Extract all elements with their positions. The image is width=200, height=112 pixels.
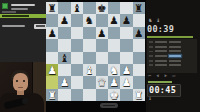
info-row-label bbox=[2, 25, 25, 27]
square-d5[interactable] bbox=[83, 39, 95, 51]
white-rook-a1[interactable]: ♜ bbox=[46, 89, 58, 101]
move-number bbox=[149, 51, 153, 53]
move-cell[interactable] bbox=[155, 60, 167, 62]
streamer-face bbox=[13, 73, 28, 91]
square-e2[interactable]: ♛ bbox=[96, 76, 108, 88]
square-c5[interactable] bbox=[71, 39, 83, 51]
square-g6[interactable] bbox=[120, 27, 132, 39]
white-king-f1[interactable]: ♚ bbox=[108, 89, 120, 101]
square-c2[interactable] bbox=[71, 76, 83, 88]
square-f6[interactable] bbox=[108, 27, 120, 39]
square-g2[interactable]: ♟ bbox=[120, 76, 132, 88]
square-b2[interactable]: ♟ bbox=[58, 76, 70, 88]
square-a5[interactable] bbox=[46, 39, 58, 51]
stream-logo-icon bbox=[2, 3, 8, 9]
black-pawn-b7[interactable]: ♟ bbox=[58, 14, 70, 26]
move-number bbox=[149, 46, 153, 48]
move-cell[interactable] bbox=[155, 46, 167, 48]
white-pawn-g3[interactable]: ♟ bbox=[120, 64, 132, 76]
black-king-e8[interactable]: ♚ bbox=[96, 2, 108, 14]
chess-board[interactable]: ♜♝♚♜♟♞♟♟♟♟♟♝♟♝♞♟♟♛♟♟♜♚♜ bbox=[46, 2, 145, 101]
square-e1[interactable] bbox=[96, 89, 108, 101]
square-b8[interactable] bbox=[58, 2, 70, 14]
black-knight-d7[interactable]: ♞ bbox=[83, 14, 95, 26]
stream-menu-row bbox=[2, 11, 16, 13]
square-f4[interactable] bbox=[108, 52, 120, 64]
square-a7[interactable] bbox=[46, 14, 58, 26]
stream-subtitle-text bbox=[11, 8, 28, 10]
square-d3[interactable]: ♝ bbox=[83, 64, 95, 76]
streamer-mouth bbox=[18, 87, 23, 88]
square-a3[interactable]: ♟ bbox=[46, 64, 58, 76]
move-number bbox=[149, 60, 153, 62]
square-e5[interactable] bbox=[96, 39, 108, 51]
square-h3[interactable] bbox=[133, 64, 145, 76]
square-h6[interactable]: ♟ bbox=[133, 27, 145, 39]
square-c4[interactable] bbox=[71, 52, 83, 64]
square-c8[interactable]: ♝ bbox=[71, 2, 83, 14]
square-f7[interactable]: ♟ bbox=[108, 14, 120, 26]
move-row[interactable] bbox=[147, 63, 197, 68]
white-pawn-a3[interactable]: ♟ bbox=[46, 64, 58, 76]
black-player-clock: 00:39 bbox=[147, 24, 181, 35]
square-f2[interactable]: ♟ bbox=[108, 76, 120, 88]
square-f3[interactable]: ♞ bbox=[108, 64, 120, 76]
white-player-name bbox=[148, 81, 172, 83]
square-d1[interactable] bbox=[83, 89, 95, 101]
square-b3[interactable] bbox=[58, 64, 70, 76]
square-g1[interactable] bbox=[120, 89, 132, 101]
black-pawn-e6[interactable]: ♟ bbox=[96, 27, 108, 39]
black-pawn-a6[interactable]: ♟ bbox=[46, 27, 58, 39]
square-c6[interactable] bbox=[71, 27, 83, 39]
square-d2[interactable] bbox=[83, 76, 95, 88]
square-e7[interactable] bbox=[96, 14, 108, 26]
white-knight-f3[interactable]: ♞ bbox=[108, 64, 120, 76]
streamer-eye bbox=[16, 80, 18, 82]
square-e3[interactable] bbox=[96, 64, 108, 76]
black-bishop-b4[interactable]: ♝ bbox=[58, 52, 70, 64]
black-pawn-h6[interactable]: ♟ bbox=[133, 27, 145, 39]
white-pawn-g2[interactable]: ♟ bbox=[120, 76, 132, 88]
square-g8[interactable] bbox=[120, 2, 132, 14]
square-b5[interactable] bbox=[58, 39, 70, 51]
microphone-capsule bbox=[22, 98, 28, 104]
move-cell[interactable] bbox=[155, 41, 167, 43]
square-e8[interactable]: ♚ bbox=[96, 2, 108, 14]
black-pawn-g7[interactable]: ♟ bbox=[120, 14, 132, 26]
stream-screen: ♜♝♚♜♟♞♟♟♟♟♟♝♟♝♞♟♟♛♟♟♜♚♜ ♞ ♝ 00:39 ⏮ ◀ ▶ … bbox=[0, 0, 200, 112]
square-a1[interactable]: ♜ bbox=[46, 89, 58, 101]
move-cell[interactable] bbox=[169, 60, 181, 62]
captured-pieces-white: ♝ bbox=[148, 96, 168, 102]
square-h2[interactable] bbox=[133, 76, 145, 88]
square-c7[interactable] bbox=[71, 14, 83, 26]
square-h7[interactable] bbox=[133, 14, 145, 26]
move-navigation-controls[interactable]: ⏮ ◀ ▶ ⏭ bbox=[148, 73, 196, 79]
white-queen-e2[interactable]: ♛ bbox=[96, 76, 108, 88]
square-d6[interactable] bbox=[83, 27, 95, 39]
white-rook-h1[interactable]: ♜ bbox=[133, 89, 145, 101]
webcam-feed bbox=[0, 62, 47, 112]
square-d8[interactable] bbox=[83, 2, 95, 14]
move-number bbox=[149, 64, 153, 66]
square-h1[interactable]: ♜ bbox=[133, 89, 145, 101]
overlay-pill-text bbox=[103, 105, 115, 107]
move-number bbox=[149, 55, 153, 57]
move-cell[interactable] bbox=[155, 55, 167, 57]
move-list[interactable] bbox=[147, 39, 197, 73]
move-number bbox=[149, 41, 153, 43]
square-e4[interactable] bbox=[96, 52, 108, 64]
square-d4[interactable] bbox=[83, 52, 95, 64]
streamer-eye bbox=[23, 80, 25, 82]
white-pawn-b2[interactable]: ♟ bbox=[58, 76, 70, 88]
square-c3[interactable] bbox=[71, 64, 83, 76]
square-f5[interactable] bbox=[108, 39, 120, 51]
square-b6[interactable] bbox=[58, 27, 70, 39]
square-b7[interactable]: ♟ bbox=[58, 14, 70, 26]
square-f8[interactable] bbox=[108, 2, 120, 14]
square-a4[interactable] bbox=[46, 52, 58, 64]
black-bishop-c8[interactable]: ♝ bbox=[71, 2, 83, 14]
stream-title-text bbox=[11, 4, 35, 7]
square-f1[interactable]: ♚ bbox=[108, 89, 120, 101]
black-rook-a8[interactable]: ♜ bbox=[46, 2, 58, 14]
square-g3[interactable]: ♟ bbox=[120, 64, 132, 76]
white-bishop-d3[interactable]: ♝ bbox=[83, 64, 95, 76]
square-g7[interactable]: ♟ bbox=[120, 14, 132, 26]
square-d7[interactable]: ♞ bbox=[83, 14, 95, 26]
square-a6[interactable]: ♟ bbox=[46, 27, 58, 39]
move-cell[interactable] bbox=[155, 64, 167, 66]
move-cell[interactable] bbox=[169, 64, 181, 66]
square-g4[interactable] bbox=[120, 52, 132, 64]
move-cell[interactable] bbox=[169, 55, 181, 57]
game-sidebar: ♞ ♝ 00:39 ⏮ ◀ ▶ ⏭ 00:45 ♝ bbox=[146, 0, 200, 112]
square-g5[interactable] bbox=[120, 39, 132, 51]
bottom-bar bbox=[46, 101, 146, 112]
black-rook-h8[interactable]: ♜ bbox=[133, 2, 145, 14]
square-c1[interactable] bbox=[71, 89, 83, 101]
move-cell[interactable] bbox=[169, 46, 181, 48]
square-h4[interactable] bbox=[133, 52, 145, 64]
overlay-pill bbox=[100, 103, 118, 108]
black-pawn-f7[interactable]: ♟ bbox=[108, 14, 120, 26]
square-b1[interactable] bbox=[58, 89, 70, 101]
move-cell[interactable] bbox=[169, 50, 181, 52]
player-rating-strip bbox=[147, 36, 193, 39]
info-button-label bbox=[36, 25, 45, 27]
square-a2[interactable] bbox=[46, 76, 58, 88]
banner-text bbox=[2, 15, 29, 17]
move-cell[interactable] bbox=[169, 41, 181, 43]
square-h8[interactable]: ♜ bbox=[133, 2, 145, 14]
square-a8[interactable]: ♜ bbox=[46, 2, 58, 14]
square-b4[interactable]: ♝ bbox=[58, 52, 70, 64]
square-e6[interactable]: ♟ bbox=[96, 27, 108, 39]
move-cell[interactable] bbox=[155, 50, 167, 52]
square-h5[interactable] bbox=[133, 39, 145, 51]
white-pawn-f2[interactable]: ♟ bbox=[108, 76, 120, 88]
